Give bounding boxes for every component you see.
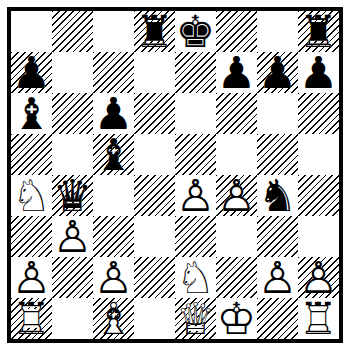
square-h7[interactable]: ♟♟ <box>298 52 339 93</box>
piece-white-rook: ♖ <box>298 298 339 339</box>
piece-fill-layer: ♞ <box>175 257 216 298</box>
square-f4[interactable]: ♟♙ <box>216 175 257 216</box>
piece-fill-layer: ♜ <box>298 11 339 52</box>
piece-black-rook: ♜ <box>134 11 175 52</box>
piece-fill-layer: ♞ <box>257 175 298 216</box>
square-b3[interactable]: ♟♙ <box>52 216 93 257</box>
square-h1[interactable]: ♜♖ <box>298 298 339 339</box>
piece-fill-layer: ♝ <box>93 298 134 339</box>
square-d3[interactable] <box>134 216 175 257</box>
piece-black-bishop: ♝ <box>93 134 134 175</box>
square-e2[interactable]: ♞♘ <box>175 257 216 298</box>
piece-white-pawn: ♙ <box>175 175 216 216</box>
square-c2[interactable]: ♟♙ <box>93 257 134 298</box>
piece-white-knight: ♘ <box>11 175 52 216</box>
square-c8[interactable] <box>93 11 134 52</box>
chess-board-frame: ♜♜♚♚♜♜♟♟♟♟♟♟♟♟♝♝♟♟♝♝♞♘♛♛♟♙♟♙♞♞♟♙♟♙♟♙♞♘♟♙… <box>7 7 343 343</box>
square-a1[interactable]: ♜♖ <box>11 298 52 339</box>
square-a4[interactable]: ♞♘ <box>11 175 52 216</box>
square-d7[interactable] <box>134 52 175 93</box>
square-f7[interactable]: ♟♟ <box>216 52 257 93</box>
square-d5[interactable] <box>134 134 175 175</box>
square-g3[interactable] <box>257 216 298 257</box>
piece-white-pawn: ♙ <box>298 257 339 298</box>
square-e5[interactable] <box>175 134 216 175</box>
square-g5[interactable] <box>257 134 298 175</box>
piece-white-pawn: ♙ <box>93 257 134 298</box>
square-f3[interactable] <box>216 216 257 257</box>
square-c5[interactable]: ♝♝ <box>93 134 134 175</box>
square-c6[interactable]: ♟♟ <box>93 93 134 134</box>
piece-black-bishop: ♝ <box>11 93 52 134</box>
square-a8[interactable] <box>11 11 52 52</box>
square-d6[interactable] <box>134 93 175 134</box>
square-b4[interactable]: ♛♛ <box>52 175 93 216</box>
piece-fill-layer: ♝ <box>93 134 134 175</box>
square-d8[interactable]: ♜♜ <box>134 11 175 52</box>
piece-black-queen: ♛ <box>52 175 93 216</box>
piece-fill-layer: ♚ <box>175 11 216 52</box>
piece-white-knight: ♘ <box>175 257 216 298</box>
square-h3[interactable] <box>298 216 339 257</box>
piece-black-pawn: ♟ <box>257 52 298 93</box>
piece-black-knight: ♞ <box>257 175 298 216</box>
piece-fill-layer: ♜ <box>11 298 52 339</box>
piece-black-pawn: ♟ <box>11 52 52 93</box>
square-b5[interactable] <box>52 134 93 175</box>
square-e6[interactable] <box>175 93 216 134</box>
square-c7[interactable] <box>93 52 134 93</box>
chess-board: ♜♜♚♚♜♜♟♟♟♟♟♟♟♟♝♝♟♟♝♝♞♘♛♛♟♙♟♙♞♞♟♙♟♙♟♙♞♘♟♙… <box>11 11 339 339</box>
piece-fill-layer: ♟ <box>257 52 298 93</box>
square-d1[interactable] <box>134 298 175 339</box>
piece-black-king: ♚ <box>175 11 216 52</box>
square-h2[interactable]: ♟♙ <box>298 257 339 298</box>
piece-fill-layer: ♟ <box>11 52 52 93</box>
square-e3[interactable] <box>175 216 216 257</box>
square-a3[interactable] <box>11 216 52 257</box>
square-c1[interactable]: ♝♗ <box>93 298 134 339</box>
square-b2[interactable] <box>52 257 93 298</box>
piece-white-pawn: ♙ <box>257 257 298 298</box>
square-e1[interactable]: ♛♕ <box>175 298 216 339</box>
piece-fill-layer: ♟ <box>175 175 216 216</box>
piece-fill-layer: ♟ <box>93 93 134 134</box>
piece-fill-layer: ♟ <box>257 257 298 298</box>
piece-fill-layer: ♟ <box>298 257 339 298</box>
piece-white-pawn: ♙ <box>52 216 93 257</box>
square-f5[interactable] <box>216 134 257 175</box>
piece-white-pawn: ♙ <box>11 257 52 298</box>
square-f6[interactable] <box>216 93 257 134</box>
piece-black-pawn: ♟ <box>216 52 257 93</box>
piece-fill-layer: ♛ <box>175 298 216 339</box>
square-f2[interactable] <box>216 257 257 298</box>
square-e7[interactable] <box>175 52 216 93</box>
piece-fill-layer: ♝ <box>11 93 52 134</box>
piece-white-rook: ♖ <box>11 298 52 339</box>
piece-fill-layer: ♚ <box>216 298 257 339</box>
piece-fill-layer: ♟ <box>93 257 134 298</box>
square-h8[interactable]: ♜♜ <box>298 11 339 52</box>
piece-fill-layer: ♟ <box>216 175 257 216</box>
square-g1[interactable] <box>257 298 298 339</box>
square-a6[interactable]: ♝♝ <box>11 93 52 134</box>
square-a7[interactable]: ♟♟ <box>11 52 52 93</box>
piece-fill-layer: ♞ <box>11 175 52 216</box>
square-e8[interactable]: ♚♚ <box>175 11 216 52</box>
square-d2[interactable] <box>134 257 175 298</box>
square-h4[interactable] <box>298 175 339 216</box>
square-b8[interactable] <box>52 11 93 52</box>
square-g4[interactable]: ♞♞ <box>257 175 298 216</box>
piece-black-rook: ♜ <box>298 11 339 52</box>
square-g2[interactable]: ♟♙ <box>257 257 298 298</box>
piece-white-queen: ♕ <box>175 298 216 339</box>
piece-white-king: ♔ <box>216 298 257 339</box>
square-b7[interactable] <box>52 52 93 93</box>
square-c4[interactable] <box>93 175 134 216</box>
square-h5[interactable] <box>298 134 339 175</box>
square-h6[interactable] <box>298 93 339 134</box>
square-g7[interactable]: ♟♟ <box>257 52 298 93</box>
piece-fill-layer: ♟ <box>216 52 257 93</box>
piece-white-pawn: ♙ <box>216 175 257 216</box>
square-a5[interactable] <box>11 134 52 175</box>
square-e4[interactable]: ♟♙ <box>175 175 216 216</box>
square-d4[interactable] <box>134 175 175 216</box>
square-b6[interactable] <box>52 93 93 134</box>
square-b1[interactable] <box>52 298 93 339</box>
piece-white-bishop: ♗ <box>93 298 134 339</box>
piece-black-pawn: ♟ <box>93 93 134 134</box>
square-c3[interactable] <box>93 216 134 257</box>
piece-fill-layer: ♜ <box>298 298 339 339</box>
square-g8[interactable] <box>257 11 298 52</box>
piece-black-pawn: ♟ <box>298 52 339 93</box>
square-f8[interactable] <box>216 11 257 52</box>
square-f1[interactable]: ♚♔ <box>216 298 257 339</box>
piece-fill-layer: ♟ <box>52 216 93 257</box>
piece-fill-layer: ♟ <box>298 52 339 93</box>
piece-fill-layer: ♜ <box>134 11 175 52</box>
square-a2[interactable]: ♟♙ <box>11 257 52 298</box>
piece-fill-layer: ♟ <box>11 257 52 298</box>
square-g6[interactable] <box>257 93 298 134</box>
piece-fill-layer: ♛ <box>52 175 93 216</box>
